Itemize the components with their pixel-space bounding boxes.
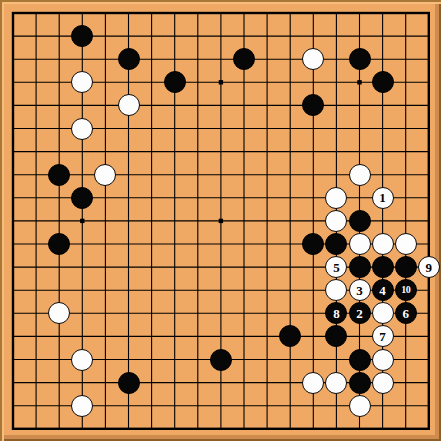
stone-white [349,164,371,186]
stone-white [71,71,93,93]
stone-white-move-3: 3 [349,279,371,301]
stones-layer: 15934108267 [0,0,441,441]
stone-black [118,372,140,394]
stone-white-move-1: 1 [372,187,394,209]
stone-black [372,71,394,93]
move-number-label: 7 [379,330,386,343]
stone-white [372,233,394,255]
stone-white [302,372,324,394]
stone-white [94,164,116,186]
stone-white [372,372,394,394]
stone-black-move-4: 4 [372,279,394,301]
stone-black [349,210,371,232]
stone-white [325,279,347,301]
stone-white [325,210,347,232]
move-number-label: 2 [356,307,363,320]
move-number-label: 9 [426,261,433,274]
stone-white [349,233,371,255]
move-number-label: 5 [333,261,340,274]
stone-black-move-6: 6 [395,302,417,324]
stone-black [48,164,70,186]
stone-black-move-8: 8 [325,302,347,324]
go-board[interactable]: 15934108267 [0,0,441,441]
stone-black [349,256,371,278]
stone-white [302,48,324,70]
stone-white-move-5: 5 [325,256,347,278]
stone-white-move-9: 9 [418,256,440,278]
stone-white [71,349,93,371]
move-number-label: 4 [379,284,386,297]
stone-black [302,233,324,255]
stone-black [164,71,186,93]
stone-black [233,48,255,70]
move-number-label: 10 [401,285,410,295]
stone-black [279,325,301,347]
stone-black [349,349,371,371]
move-number-label: 8 [333,307,340,320]
stone-black [349,372,371,394]
stone-white [325,187,347,209]
stone-white [48,302,70,324]
stone-black [325,233,347,255]
stone-white [395,233,417,255]
stone-black [48,233,70,255]
stone-black [325,325,347,347]
stone-black-move-10: 10 [395,279,417,301]
move-number-label: 3 [356,284,363,297]
stone-white [372,349,394,371]
stone-black [118,48,140,70]
stone-white [325,372,347,394]
stone-white [372,302,394,324]
stone-white-move-7: 7 [372,325,394,347]
stone-black [349,48,371,70]
move-number-label: 6 [402,307,409,320]
stone-white [71,395,93,417]
stone-white [118,94,140,116]
stone-black [210,349,232,371]
stone-black [395,256,417,278]
stone-white [71,118,93,140]
stone-black [71,187,93,209]
stone-black-move-2: 2 [349,302,371,324]
stone-white [349,395,371,417]
stone-black [372,256,394,278]
stone-black [302,94,324,116]
stone-black [71,25,93,47]
move-number-label: 1 [379,191,386,204]
